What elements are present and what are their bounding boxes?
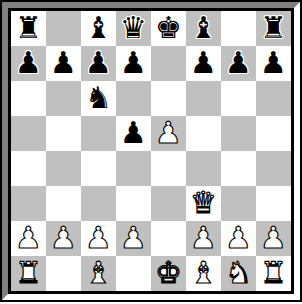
square-a6[interactable] (11, 81, 46, 116)
board-frame: ♜♝♛♚♝♜♟♟♟♟♟♟♟♞♟♟♛♟♟♟♟♟♟♟♜♝♚♝♞♜ (0, 0, 302, 302)
square-d4[interactable] (116, 151, 151, 186)
square-e7[interactable] (151, 46, 186, 81)
square-b3[interactable] (46, 186, 81, 221)
piece-black-pawn-icon[interactable]: ♟ (260, 46, 287, 81)
piece-white-pawn-icon[interactable]: ♟ (225, 221, 252, 256)
piece-black-king-icon[interactable]: ♚ (155, 11, 182, 46)
square-f6[interactable] (186, 81, 221, 116)
square-h7[interactable]: ♟ (256, 46, 291, 81)
square-d7[interactable]: ♟ (116, 46, 151, 81)
square-f3[interactable]: ♛ (186, 186, 221, 221)
square-h2[interactable]: ♟ (256, 221, 291, 256)
square-g2[interactable]: ♟ (221, 221, 256, 256)
square-c2[interactable]: ♟ (81, 221, 116, 256)
square-b2[interactable]: ♟ (46, 221, 81, 256)
square-c4[interactable] (81, 151, 116, 186)
chess-board[interactable]: ♜♝♛♚♝♜♟♟♟♟♟♟♟♞♟♟♛♟♟♟♟♟♟♟♜♝♚♝♞♜ (11, 11, 291, 291)
square-e6[interactable] (151, 81, 186, 116)
board-border: ♜♝♛♚♝♜♟♟♟♟♟♟♟♞♟♟♛♟♟♟♟♟♟♟♜♝♚♝♞♜ (8, 8, 294, 294)
square-f4[interactable] (186, 151, 221, 186)
piece-white-rook-icon[interactable]: ♜ (260, 256, 287, 291)
square-a7[interactable]: ♟ (11, 46, 46, 81)
piece-black-pawn-icon[interactable]: ♟ (120, 46, 147, 81)
square-c6[interactable]: ♞ (81, 81, 116, 116)
piece-white-knight-icon[interactable]: ♞ (225, 256, 252, 291)
piece-white-pawn-icon[interactable]: ♟ (85, 221, 112, 256)
square-b4[interactable] (46, 151, 81, 186)
square-g4[interactable] (221, 151, 256, 186)
square-b7[interactable]: ♟ (46, 46, 81, 81)
piece-white-pawn-icon[interactable]: ♟ (50, 221, 77, 256)
square-f1[interactable]: ♝ (186, 256, 221, 291)
square-g6[interactable] (221, 81, 256, 116)
piece-white-pawn-icon[interactable]: ♟ (260, 221, 287, 256)
piece-black-pawn-icon[interactable]: ♟ (85, 46, 112, 81)
square-d2[interactable]: ♟ (116, 221, 151, 256)
square-g3[interactable] (221, 186, 256, 221)
piece-white-bishop-icon[interactable]: ♝ (85, 256, 112, 291)
square-d1[interactable] (116, 256, 151, 291)
square-h4[interactable] (256, 151, 291, 186)
square-f2[interactable]: ♟ (186, 221, 221, 256)
square-b1[interactable] (46, 256, 81, 291)
square-h6[interactable] (256, 81, 291, 116)
square-a4[interactable] (11, 151, 46, 186)
square-a2[interactable]: ♟ (11, 221, 46, 256)
piece-white-pawn-icon[interactable]: ♟ (15, 221, 42, 256)
piece-white-pawn-icon[interactable]: ♟ (190, 221, 217, 256)
square-h3[interactable] (256, 186, 291, 221)
piece-black-pawn-icon[interactable]: ♟ (120, 116, 147, 151)
square-c7[interactable]: ♟ (81, 46, 116, 81)
square-e8[interactable]: ♚ (151, 11, 186, 46)
square-g7[interactable]: ♟ (221, 46, 256, 81)
square-e4[interactable] (151, 151, 186, 186)
square-a1[interactable]: ♜ (11, 256, 46, 291)
piece-white-pawn-icon[interactable]: ♟ (120, 221, 147, 256)
square-h5[interactable] (256, 116, 291, 151)
page-background: ♜♝♛♚♝♜♟♟♟♟♟♟♟♞♟♟♛♟♟♟♟♟♟♟♜♝♚♝♞♜ (0, 0, 302, 304)
square-c3[interactable] (81, 186, 116, 221)
square-d3[interactable] (116, 186, 151, 221)
square-a8[interactable]: ♜ (11, 11, 46, 46)
piece-black-bishop-icon[interactable]: ♝ (85, 11, 112, 46)
square-g8[interactable] (221, 11, 256, 46)
square-c8[interactable]: ♝ (81, 11, 116, 46)
square-b6[interactable] (46, 81, 81, 116)
square-d5[interactable]: ♟ (116, 116, 151, 151)
piece-black-queen-icon[interactable]: ♛ (120, 11, 147, 46)
piece-black-pawn-icon[interactable]: ♟ (190, 46, 217, 81)
piece-white-pawn-icon[interactable]: ♟ (155, 116, 182, 151)
square-b5[interactable] (46, 116, 81, 151)
square-h8[interactable]: ♜ (256, 11, 291, 46)
piece-black-pawn-icon[interactable]: ♟ (15, 46, 42, 81)
square-e3[interactable] (151, 186, 186, 221)
piece-black-pawn-icon[interactable]: ♟ (225, 46, 252, 81)
piece-black-pawn-icon[interactable]: ♟ (50, 46, 77, 81)
square-e5[interactable]: ♟ (151, 116, 186, 151)
square-b8[interactable] (46, 11, 81, 46)
square-d8[interactable]: ♛ (116, 11, 151, 46)
piece-black-bishop-icon[interactable]: ♝ (190, 11, 217, 46)
square-g5[interactable] (221, 116, 256, 151)
piece-white-bishop-icon[interactable]: ♝ (190, 256, 217, 291)
square-c1[interactable]: ♝ (81, 256, 116, 291)
square-e1[interactable]: ♚ (151, 256, 186, 291)
square-h1[interactable]: ♜ (256, 256, 291, 291)
piece-white-queen-icon[interactable]: ♛ (190, 186, 217, 221)
square-e2[interactable] (151, 221, 186, 256)
square-a5[interactable] (11, 116, 46, 151)
square-g1[interactable]: ♞ (221, 256, 256, 291)
square-f8[interactable]: ♝ (186, 11, 221, 46)
square-c5[interactable] (81, 116, 116, 151)
square-f5[interactable] (186, 116, 221, 151)
piece-black-rook-icon[interactable]: ♜ (15, 11, 42, 46)
piece-black-knight-icon[interactable]: ♞ (85, 81, 112, 116)
piece-white-king-icon[interactable]: ♚ (155, 256, 182, 291)
square-f7[interactable]: ♟ (186, 46, 221, 81)
piece-black-rook-icon[interactable]: ♜ (260, 11, 287, 46)
square-d6[interactable] (116, 81, 151, 116)
piece-white-rook-icon[interactable]: ♜ (15, 256, 42, 291)
square-a3[interactable] (11, 186, 46, 221)
board-bevel: ♜♝♛♚♝♜♟♟♟♟♟♟♟♞♟♟♛♟♟♟♟♟♟♟♜♝♚♝♞♜ (2, 2, 300, 300)
